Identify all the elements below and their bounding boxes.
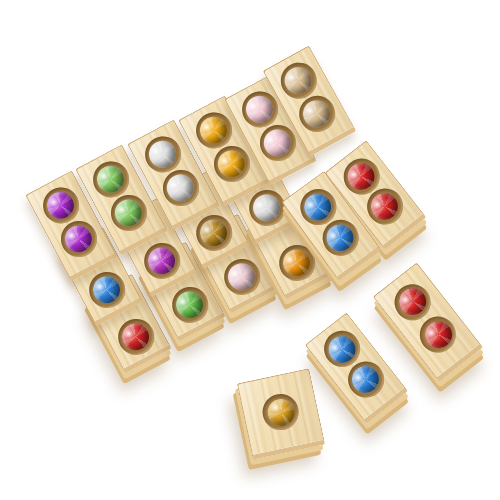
purple-gem <box>60 221 97 258</box>
blue-gem <box>321 219 359 257</box>
purple-gem <box>42 187 79 224</box>
magenta-gem <box>143 242 180 279</box>
amber-gem <box>265 396 297 428</box>
blue-gem <box>299 188 337 226</box>
red-gem <box>365 188 403 226</box>
green-gem <box>110 195 147 232</box>
gem-hole <box>259 391 302 434</box>
product-photo-gem-blocks <box>0 0 500 500</box>
rose-gem <box>223 258 260 295</box>
gem-hole <box>137 236 186 285</box>
green-gem <box>92 161 129 198</box>
white-gem <box>248 189 285 226</box>
red-gem <box>342 158 380 196</box>
green-gem <box>171 286 208 323</box>
red-gem <box>393 283 431 321</box>
yellow-gem <box>213 146 250 183</box>
white-gem <box>162 170 199 207</box>
orange-gem <box>278 244 315 281</box>
blue-gem <box>346 361 384 399</box>
blue-gem <box>323 330 361 368</box>
red-gem <box>117 318 154 355</box>
gem-hole <box>165 280 214 329</box>
wood-block-loose-small-amber <box>237 368 326 460</box>
gem-hole <box>111 312 160 361</box>
champagne-gem <box>279 62 316 99</box>
gem-hole <box>217 252 266 301</box>
gem-hole <box>82 265 131 314</box>
wood-block-loose-medium-blue <box>304 312 407 423</box>
yellow-gem <box>195 112 232 149</box>
red-gem <box>419 316 457 354</box>
wood-block-loose-large-red <box>373 262 484 382</box>
blue-gem <box>88 271 125 308</box>
gold-gem <box>195 214 232 251</box>
champagne-gem <box>298 95 335 132</box>
pink-gem <box>241 91 278 128</box>
pink-gem <box>259 125 296 162</box>
white-gem <box>144 136 181 173</box>
